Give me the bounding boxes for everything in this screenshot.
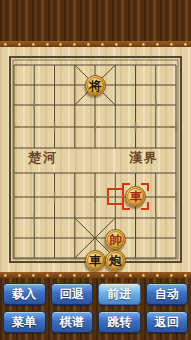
piece-black-general[interactable]: 将 (85, 75, 106, 96)
tack-icon (142, 43, 145, 46)
forward-button[interactable]: 前进 (98, 283, 141, 305)
xiangqi-board[interactable]: 楚河 漢界 将車帥車炮 (0, 47, 191, 272)
tack-icon (59, 274, 62, 277)
tack-icon (59, 43, 62, 46)
piece-black-chariot[interactable]: 車 (85, 250, 106, 271)
tack-icon (101, 43, 104, 46)
auto-button[interactable]: 自动 (146, 283, 189, 305)
tack-icon (115, 43, 118, 46)
tack-icon (18, 274, 21, 277)
piece-black-cannon[interactable]: 炮 (105, 250, 126, 271)
piece-glyph: 車 (89, 250, 102, 271)
selection-marker (122, 183, 149, 210)
tack-icon (4, 43, 7, 46)
pieces-layer: 将車帥車炮 (0, 47, 191, 272)
tack-icon (73, 274, 76, 277)
xiangqi-app-screen: 楚河 漢界 将車帥車炮 载入回退前进自动菜单棋谱跳转返回 (0, 0, 191, 340)
piece-glyph: 帥 (109, 229, 122, 250)
tack-icon (142, 274, 145, 277)
tack-icon (87, 274, 90, 277)
tack-icon (46, 274, 49, 277)
tack-icon (170, 274, 173, 277)
tack-icon (170, 43, 173, 46)
load-button[interactable]: 载入 (3, 283, 46, 305)
tack-icon (129, 43, 132, 46)
tack-icon (32, 274, 35, 277)
back-button[interactable]: 返回 (146, 311, 189, 333)
toolbar: 载入回退前进自动菜单棋谱跳转返回 (0, 283, 191, 333)
tack-icon (115, 274, 118, 277)
jump-button[interactable]: 跳转 (98, 311, 141, 333)
tack-icon (73, 43, 76, 46)
tack-icon (101, 274, 104, 277)
last-move-from-marker (107, 188, 124, 205)
piece-glyph: 炮 (109, 250, 122, 271)
tack-icon (156, 274, 159, 277)
menu-button[interactable]: 菜单 (3, 311, 46, 333)
piece-red-general[interactable]: 帥 (105, 229, 126, 250)
tack-icon (4, 274, 7, 277)
tack-icon (18, 43, 21, 46)
piece-glyph: 将 (89, 75, 102, 96)
record-button[interactable]: 棋谱 (51, 311, 94, 333)
tack-icon (46, 43, 49, 46)
tack-icon (184, 43, 187, 46)
tack-icon (32, 43, 35, 46)
undo-button[interactable]: 回退 (51, 283, 94, 305)
top-wood-frame (0, 0, 191, 41)
tack-icon (156, 43, 159, 46)
tack-icon (129, 274, 132, 277)
tack-icon (184, 274, 187, 277)
tack-icon (87, 43, 90, 46)
